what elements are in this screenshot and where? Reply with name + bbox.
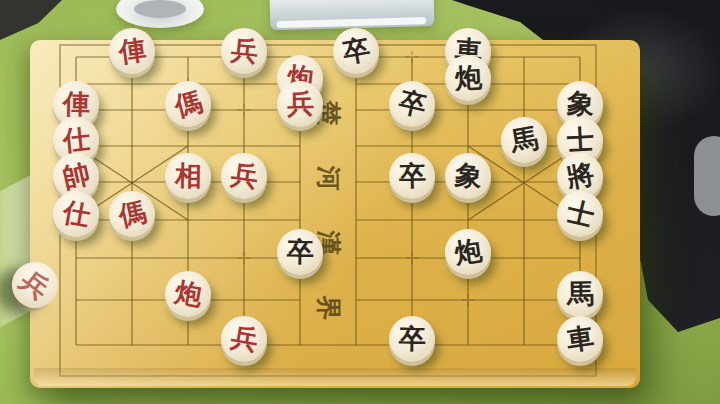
xiangqi-board: 楚河漢界 俥兵炮俥傌兵仕帥相兵仕傌炮兵卒車炮卒象馬士卒象將士卒炮馬車卒: [30, 40, 640, 388]
captured-piece-glyph: 兵: [16, 266, 54, 304]
dark-object-top-left: [0, 0, 62, 42]
teacup: [116, 0, 204, 28]
board-side-face: [34, 368, 636, 386]
piece-glyph: 卒: [398, 162, 425, 189]
piece-glyph: 傌: [171, 87, 204, 120]
piece-black-soldier-c6r1[interactable]: 卒: [333, 28, 379, 74]
piece-glyph: 仕: [61, 125, 91, 155]
piece-black-soldier-c7r3[interactable]: 卒: [389, 81, 435, 127]
piece-red-soldier-c5r3[interactable]: 兵: [277, 81, 323, 127]
piece-glyph: 兵: [229, 161, 259, 191]
piece-glyph: 兵: [229, 36, 259, 66]
piece-red-horse-c3r3[interactable]: 傌: [165, 81, 211, 127]
piece-red-soldier-c4r1[interactable]: 兵: [221, 28, 267, 74]
piece-black-soldier-c5r7[interactable]: 卒: [277, 229, 323, 275]
piece-glyph: 仕: [60, 198, 91, 229]
piece-glyph: 象: [453, 161, 483, 191]
river-char-1: 河: [313, 163, 343, 193]
piece-glyph: 卒: [398, 325, 425, 352]
piece-glyph: 士: [566, 126, 594, 154]
piece-glyph: 兵: [286, 90, 313, 117]
piece-black-cannon-c8r2[interactable]: 炮: [445, 55, 491, 101]
piece-box-rim: [276, 17, 426, 28]
piece-glyph: 炮: [172, 278, 203, 309]
player-glove: [694, 136, 720, 216]
piece-black-soldier-c7r5[interactable]: 卒: [389, 153, 435, 199]
piece-black-soldier-c7r9[interactable]: 卒: [389, 316, 435, 362]
piece-red-soldier-c4r5[interactable]: 兵: [221, 153, 267, 199]
piece-red-soldier-c4r9[interactable]: 兵: [221, 316, 267, 362]
piece-glyph: 卒: [286, 238, 313, 265]
piece-glyph: 士: [564, 198, 596, 230]
piece-glyph: 車: [565, 324, 595, 354]
piece-black-horse-c10r8[interactable]: 馬: [557, 271, 603, 317]
piece-glyph: 卒: [396, 88, 428, 120]
piece-glyph: 將: [564, 160, 595, 191]
piece-glyph: 炮: [454, 64, 482, 92]
piece-red-chariot-c2r1[interactable]: 俥: [109, 28, 155, 74]
piece-black-elephant-c8r5[interactable]: 象: [445, 153, 491, 199]
piece-glyph: 傌: [116, 198, 148, 230]
piece-black-chariot-c10r9[interactable]: 車: [557, 316, 603, 362]
piece-glyph: 炮: [453, 237, 483, 267]
piece-red-cannon-c3r8[interactable]: 炮: [165, 271, 211, 317]
piece-red-advisor-c1r6[interactable]: 仕: [53, 191, 99, 237]
piece-glyph: 卒: [340, 35, 371, 66]
piece-glyph: 兵: [228, 323, 259, 354]
piece-black-horse-c9r4[interactable]: 馬: [501, 117, 547, 163]
piece-glyph: 馬: [508, 124, 539, 155]
piece-red-horse-c2r6[interactable]: 傌: [109, 191, 155, 237]
piece-black-advisor-c10r6[interactable]: 士: [557, 191, 603, 237]
piece-red-elephant-c3r5[interactable]: 相: [165, 153, 211, 199]
piece-glyph: 相: [174, 162, 201, 189]
piece-glyph: 俥: [62, 90, 89, 117]
river-char-3: 界: [313, 293, 343, 323]
piece-glyph: 俥: [117, 36, 147, 66]
piece-box: [270, 0, 435, 30]
piece-glyph: 帥: [60, 160, 92, 192]
piece-glyph: 馬: [566, 280, 593, 307]
piece-black-cannon-c8r7[interactable]: 炮: [445, 229, 491, 275]
piece-glyph: 象: [566, 90, 595, 119]
teacup-interior: [134, 0, 186, 18]
